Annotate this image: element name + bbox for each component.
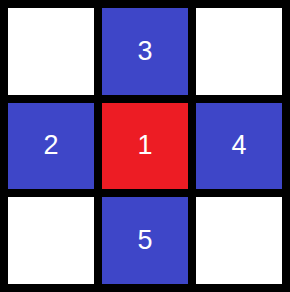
grid-cell-r2c2[interactable] — [196, 197, 282, 284]
grid-cell-r0c0[interactable] — [8, 8, 94, 95]
grid-cell-r2c1[interactable]: 5 — [102, 197, 188, 284]
grid-cell-r1c0[interactable]: 2 — [8, 103, 94, 190]
puzzle-grid: 3 2 1 4 5 — [0, 0, 290, 292]
grid-cell-r0c1[interactable]: 3 — [102, 8, 188, 95]
grid-cell-r1c1[interactable]: 1 — [102, 103, 188, 190]
grid-cell-r0c2[interactable] — [196, 8, 282, 95]
grid-cell-r1c2[interactable]: 4 — [196, 103, 282, 190]
grid-cell-r2c0[interactable] — [8, 197, 94, 284]
